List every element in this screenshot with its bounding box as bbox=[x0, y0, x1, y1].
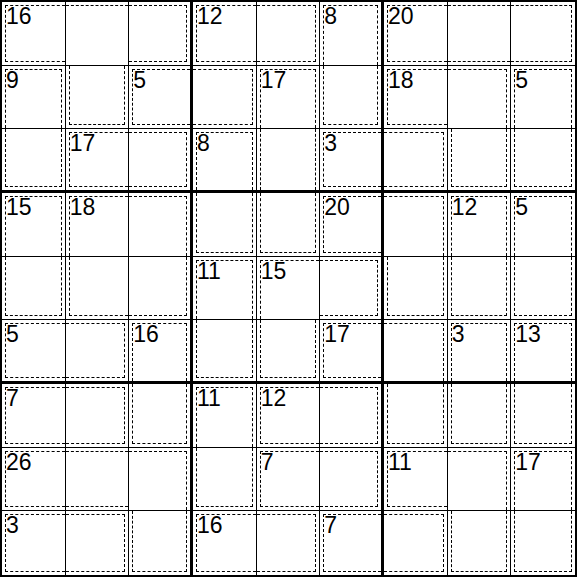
cell-r1c8[interactable] bbox=[448, 2, 512, 66]
cage-sum: 15 bbox=[261, 259, 287, 283]
cell-r3c9[interactable] bbox=[511, 129, 575, 193]
sudoku-grid: 1612820951718517831518201251115516173137… bbox=[2, 2, 575, 575]
cell-r7c1[interactable]: 7 bbox=[2, 384, 66, 448]
cage-border bbox=[387, 257, 444, 317]
cage-sum: 11 bbox=[388, 450, 412, 474]
cell-r2c4[interactable] bbox=[193, 66, 257, 130]
cell-r6c5[interactable] bbox=[257, 320, 321, 384]
cell-r3c1[interactable] bbox=[2, 129, 66, 193]
cage-border bbox=[5, 257, 62, 317]
cell-r2c7[interactable]: 18 bbox=[384, 66, 448, 130]
cage-sum: 17 bbox=[515, 450, 541, 474]
cell-r8c8[interactable] bbox=[448, 448, 512, 512]
cell-r1c1[interactable]: 16 bbox=[2, 2, 66, 66]
cage-border bbox=[320, 451, 378, 508]
cell-r9c9[interactable] bbox=[511, 511, 575, 575]
cell-r5c8[interactable] bbox=[448, 257, 512, 321]
cell-r2c3[interactable]: 5 bbox=[129, 66, 193, 130]
cell-r9c5[interactable] bbox=[257, 511, 321, 575]
cell-r9c7[interactable] bbox=[384, 511, 448, 575]
cage-border bbox=[5, 129, 62, 187]
cage-sum: 5 bbox=[6, 322, 19, 346]
cage-border bbox=[323, 66, 378, 126]
cell-r5c4[interactable]: 11 bbox=[193, 257, 257, 321]
cell-r2c2[interactable] bbox=[66, 66, 130, 130]
cage-border bbox=[448, 69, 508, 129]
cage-sum: 3 bbox=[452, 322, 465, 346]
cell-r4c3[interactable] bbox=[129, 193, 193, 257]
cage-border bbox=[451, 511, 508, 572]
cage-sum: 9 bbox=[6, 68, 19, 92]
cage-sum: 17 bbox=[324, 322, 350, 346]
cell-r3c7[interactable] bbox=[384, 129, 448, 193]
cell-r5c7[interactable] bbox=[384, 257, 448, 321]
cage-sum: 11 bbox=[197, 386, 221, 410]
cell-r6c2[interactable] bbox=[66, 320, 130, 384]
cage-border bbox=[132, 511, 187, 572]
cage-border bbox=[387, 384, 444, 444]
cell-r8c7[interactable]: 11 bbox=[384, 448, 448, 512]
cell-r1c2[interactable] bbox=[66, 2, 130, 66]
cage-sum: 5 bbox=[133, 68, 146, 92]
cage-sum: 17 bbox=[261, 68, 287, 92]
cage-border bbox=[514, 129, 572, 187]
cage-sum: 11 bbox=[197, 259, 221, 283]
cage-border bbox=[260, 320, 317, 378]
cage-border bbox=[384, 514, 444, 572]
cage-border bbox=[193, 69, 253, 126]
cell-r5c6[interactable] bbox=[320, 257, 384, 321]
cage-border bbox=[66, 323, 126, 378]
cage-sum: 5 bbox=[515, 195, 528, 219]
cage-border bbox=[384, 323, 444, 381]
cage-sum: 18 bbox=[388, 68, 414, 92]
cage-sum: 26 bbox=[6, 450, 32, 474]
cell-r9c8[interactable] bbox=[448, 511, 512, 575]
cell-r8c5[interactable]: 7 bbox=[257, 448, 321, 512]
cell-r1c7[interactable]: 20 bbox=[384, 2, 448, 66]
cell-r5c1[interactable] bbox=[2, 257, 66, 321]
cage-border bbox=[514, 384, 572, 444]
cage-border bbox=[448, 451, 508, 511]
cell-r4c9[interactable]: 5 bbox=[511, 193, 575, 257]
cell-r8c9[interactable]: 17 bbox=[511, 448, 575, 512]
cage-border bbox=[384, 132, 444, 187]
cell-r5c2[interactable] bbox=[66, 257, 130, 321]
cage-sum: 15 bbox=[6, 195, 32, 219]
cage-sum: 5 bbox=[515, 68, 528, 92]
cage-border bbox=[384, 196, 444, 256]
cell-r9c2[interactable] bbox=[66, 511, 130, 575]
cell-r6c9[interactable]: 13 bbox=[511, 320, 575, 384]
cell-r7c6[interactable] bbox=[320, 384, 384, 448]
cell-r8c3[interactable] bbox=[129, 448, 193, 512]
cell-r2c8[interactable] bbox=[448, 66, 512, 130]
cage-sum: 16 bbox=[133, 322, 159, 346]
cage-sum: 20 bbox=[324, 195, 350, 219]
cell-r6c3[interactable]: 16 bbox=[129, 320, 193, 384]
cell-r4c4[interactable] bbox=[193, 193, 257, 257]
cell-r7c2[interactable] bbox=[66, 384, 130, 448]
cage-border bbox=[257, 514, 317, 572]
cell-r6c1[interactable]: 5 bbox=[2, 320, 66, 384]
cage-sum: 13 bbox=[515, 322, 541, 346]
cage-border bbox=[129, 196, 187, 256]
cell-r4c1[interactable]: 15 bbox=[2, 193, 66, 257]
cage-sum: 3 bbox=[324, 131, 337, 155]
cell-r1c5[interactable] bbox=[257, 2, 321, 66]
cage-border bbox=[196, 320, 253, 378]
cell-r7c7[interactable] bbox=[384, 384, 448, 448]
cage-border bbox=[451, 257, 508, 317]
cell-r6c8[interactable]: 3 bbox=[448, 320, 512, 384]
cage-sum: 12 bbox=[452, 195, 478, 219]
cage-sum: 7 bbox=[261, 450, 274, 474]
cell-r9c6[interactable]: 7 bbox=[320, 511, 384, 575]
cell-r1c9[interactable] bbox=[511, 2, 575, 66]
cage-border bbox=[129, 5, 187, 62]
cell-r3c5[interactable] bbox=[257, 129, 321, 193]
cage-sum: 16 bbox=[6, 4, 32, 28]
cell-r4c2[interactable]: 18 bbox=[66, 193, 130, 257]
cage-border bbox=[132, 384, 187, 444]
cage-sum: 3 bbox=[6, 513, 19, 537]
cage-border bbox=[196, 193, 253, 253]
cell-r2c5[interactable]: 17 bbox=[257, 66, 321, 130]
cell-r7c9[interactable] bbox=[511, 384, 575, 448]
cell-r8c4[interactable] bbox=[193, 448, 257, 512]
cage-border bbox=[129, 451, 187, 511]
cell-r1c3[interactable] bbox=[129, 2, 193, 66]
cell-r2c9[interactable]: 5 bbox=[511, 66, 575, 130]
cell-r3c3[interactable] bbox=[129, 129, 193, 193]
cage-border bbox=[451, 129, 508, 187]
cell-r6c7[interactable] bbox=[384, 320, 448, 384]
cage-border bbox=[66, 5, 129, 65]
cage-border bbox=[260, 129, 317, 190]
cell-r2c6[interactable] bbox=[320, 66, 384, 130]
cage-border bbox=[129, 132, 187, 187]
cage-sum: 8 bbox=[324, 4, 337, 28]
cage-border bbox=[451, 384, 508, 444]
cell-r9c3[interactable] bbox=[129, 511, 193, 575]
cell-r9c4[interactable]: 16 bbox=[193, 511, 257, 575]
cell-r7c4[interactable]: 11 bbox=[193, 384, 257, 448]
cage-sum: 12 bbox=[261, 386, 287, 410]
cage-border bbox=[320, 387, 378, 444]
cage-border bbox=[196, 448, 253, 508]
cell-r3c4[interactable]: 8 bbox=[193, 129, 257, 193]
cage-border bbox=[320, 260, 378, 317]
cage-sum: 12 bbox=[197, 4, 223, 28]
cell-r3c6[interactable]: 3 bbox=[320, 129, 384, 193]
cell-r7c3[interactable] bbox=[129, 384, 193, 448]
cage-sum: 20 bbox=[388, 4, 414, 28]
cell-r4c7[interactable] bbox=[384, 193, 448, 257]
cage-border bbox=[511, 5, 572, 62]
cell-r4c8[interactable]: 12 bbox=[448, 193, 512, 257]
cage-sum: 18 bbox=[70, 195, 96, 219]
cage-border bbox=[448, 5, 511, 62]
cage-border bbox=[129, 257, 187, 317]
cage-sum: 17 bbox=[70, 131, 96, 155]
killer-sudoku-board: 1612820951718517831518201251115516173137… bbox=[0, 0, 577, 577]
cage-sum: 7 bbox=[324, 513, 337, 537]
cell-r7c8[interactable] bbox=[448, 384, 512, 448]
cage-border bbox=[514, 511, 572, 572]
cell-r5c5[interactable]: 15 bbox=[257, 257, 321, 321]
cell-r6c6[interactable]: 17 bbox=[320, 320, 384, 384]
cell-r5c9[interactable] bbox=[511, 257, 575, 321]
cell-r7c5[interactable]: 12 bbox=[257, 384, 321, 448]
cell-r4c5[interactable] bbox=[257, 193, 321, 257]
cage-border bbox=[69, 66, 126, 126]
cell-r2c1[interactable]: 9 bbox=[2, 66, 66, 130]
cell-r1c4[interactable]: 12 bbox=[193, 2, 257, 66]
cell-r6c4[interactable] bbox=[193, 320, 257, 384]
cage-sum: 16 bbox=[197, 513, 223, 537]
cell-r3c8[interactable] bbox=[448, 129, 512, 193]
cell-r5c3[interactable] bbox=[129, 257, 193, 321]
cell-r9c1[interactable]: 3 bbox=[2, 511, 66, 575]
cage-border bbox=[257, 5, 317, 62]
cage-border bbox=[514, 257, 572, 317]
cage-border bbox=[66, 387, 126, 444]
cage-sum: 8 bbox=[197, 131, 210, 155]
cage-sum: 7 bbox=[6, 386, 19, 410]
cell-r8c1[interactable]: 26 bbox=[2, 448, 66, 512]
cell-r4c6[interactable]: 20 bbox=[320, 193, 384, 257]
cage-border bbox=[66, 514, 126, 572]
cell-r8c2[interactable] bbox=[66, 448, 130, 512]
cage-border bbox=[69, 257, 129, 317]
cell-r8c6[interactable] bbox=[320, 448, 384, 512]
cage-border bbox=[260, 193, 317, 253]
cell-r3c2[interactable]: 17 bbox=[66, 129, 130, 193]
cell-r1c6[interactable]: 8 bbox=[320, 2, 384, 66]
cage-border bbox=[66, 451, 129, 508]
